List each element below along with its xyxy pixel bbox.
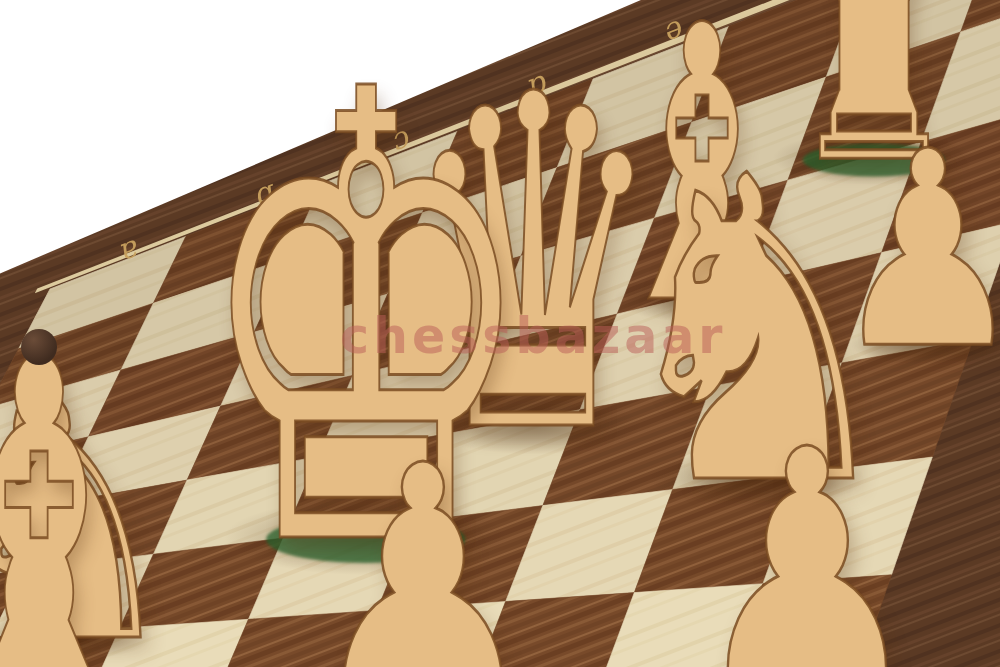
wenge-finial-ball [21,329,57,365]
studio-background: abcdefgh ♜♝♛♟♞♚♞♝♟♟ chessbazaar [0,0,1000,667]
watermark: chessbazaar [340,308,726,365]
piece-pawn-e2: ♟ [305,423,542,667]
piece-pawn-h2: ♟ [689,407,926,667]
